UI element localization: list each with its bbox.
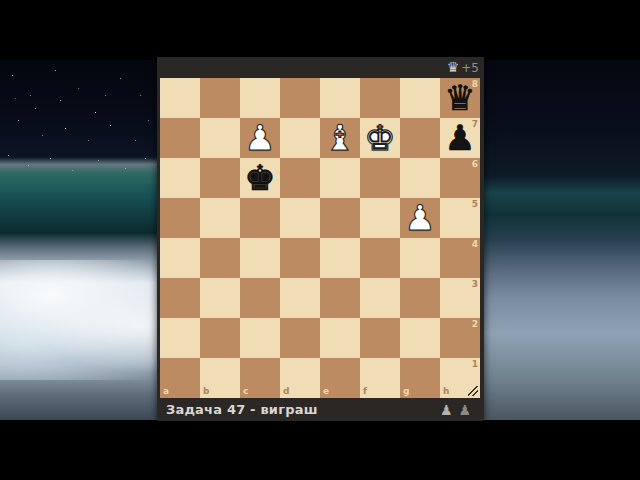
material-score: +5 bbox=[461, 61, 479, 75]
square-b2[interactable] bbox=[200, 318, 240, 358]
square-g8[interactable] bbox=[400, 78, 440, 118]
stage: ♛ +5 8♛♟♝♚7♟♚6♟5432abcdefg1h Задача 47 -… bbox=[0, 0, 640, 480]
starfield-left bbox=[0, 60, 1, 61]
rank-label-5: 5 bbox=[472, 200, 478, 209]
square-b8[interactable] bbox=[200, 78, 240, 118]
chess-board[interactable]: 8♛♟♝♚7♟♚6♟5432abcdefg1h bbox=[160, 78, 480, 398]
square-d3[interactable] bbox=[280, 278, 320, 318]
rank-label-4: 4 bbox=[472, 240, 478, 249]
rank-label-8: 8 bbox=[472, 80, 478, 89]
white-bishop[interactable]: ♝ bbox=[320, 118, 360, 158]
square-d8[interactable] bbox=[280, 78, 320, 118]
square-f5[interactable] bbox=[360, 198, 400, 238]
captured-queen-icon: ♛ bbox=[447, 57, 460, 78]
square-d4[interactable] bbox=[280, 238, 320, 278]
bottom-bar: Задача 47 - виграш ♟ ♟ bbox=[160, 398, 481, 421]
square-h6[interactable]: 6 bbox=[440, 158, 480, 198]
square-c7[interactable]: ♟ bbox=[240, 118, 280, 158]
square-g3[interactable] bbox=[400, 278, 440, 318]
square-c2[interactable] bbox=[240, 318, 280, 358]
square-a5[interactable] bbox=[160, 198, 200, 238]
square-e2[interactable] bbox=[320, 318, 360, 358]
square-e8[interactable] bbox=[320, 78, 360, 118]
square-a6[interactable] bbox=[160, 158, 200, 198]
square-a4[interactable] bbox=[160, 238, 200, 278]
square-c4[interactable] bbox=[240, 238, 280, 278]
file-label-f: f bbox=[363, 387, 367, 396]
square-h7[interactable]: 7♟ bbox=[440, 118, 480, 158]
square-e1[interactable]: e bbox=[320, 358, 360, 398]
square-h3[interactable]: 3 bbox=[440, 278, 480, 318]
square-b3[interactable] bbox=[200, 278, 240, 318]
white-king[interactable]: ♚ bbox=[360, 118, 400, 158]
captured-pawn-icon: ♟ bbox=[440, 402, 453, 418]
square-a3[interactable] bbox=[160, 278, 200, 318]
square-g2[interactable] bbox=[400, 318, 440, 358]
square-d6[interactable] bbox=[280, 158, 320, 198]
square-d5[interactable] bbox=[280, 198, 320, 238]
square-e3[interactable] bbox=[320, 278, 360, 318]
square-f3[interactable] bbox=[360, 278, 400, 318]
white-pawn[interactable]: ♟ bbox=[240, 118, 280, 158]
square-b6[interactable] bbox=[200, 158, 240, 198]
rank-label-7: 7 bbox=[472, 120, 478, 129]
file-label-c: c bbox=[243, 387, 248, 396]
square-d1[interactable]: d bbox=[280, 358, 320, 398]
square-g6[interactable] bbox=[400, 158, 440, 198]
square-c6[interactable]: ♚ bbox=[240, 158, 280, 198]
square-h8[interactable]: 8♛ bbox=[440, 78, 480, 118]
square-e7[interactable]: ♝ bbox=[320, 118, 360, 158]
rank-label-6: 6 bbox=[472, 160, 478, 169]
square-g5[interactable]: ♟ bbox=[400, 198, 440, 238]
square-c5[interactable] bbox=[240, 198, 280, 238]
square-b4[interactable] bbox=[200, 238, 240, 278]
square-h5[interactable]: 5 bbox=[440, 198, 480, 238]
chess-app-window: ♛ +5 8♛♟♝♚7♟♚6♟5432abcdefg1h Задача 47 -… bbox=[157, 57, 484, 421]
square-a1[interactable]: a bbox=[160, 358, 200, 398]
square-c3[interactable] bbox=[240, 278, 280, 318]
square-e5[interactable] bbox=[320, 198, 360, 238]
square-b7[interactable] bbox=[200, 118, 240, 158]
square-f8[interactable] bbox=[360, 78, 400, 118]
black-king[interactable]: ♚ bbox=[240, 158, 280, 198]
square-e6[interactable] bbox=[320, 158, 360, 198]
square-f1[interactable]: f bbox=[360, 358, 400, 398]
captured-pawn-icon: ♟ bbox=[458, 402, 471, 418]
square-g4[interactable] bbox=[400, 238, 440, 278]
puzzle-caption: Задача 47 - виграш bbox=[166, 402, 318, 417]
file-label-a: a bbox=[163, 387, 169, 396]
top-bar: ♛ +5 bbox=[160, 57, 481, 78]
resize-handle-icon[interactable] bbox=[468, 386, 478, 396]
square-g7[interactable] bbox=[400, 118, 440, 158]
square-b1[interactable]: b bbox=[200, 358, 240, 398]
square-f2[interactable] bbox=[360, 318, 400, 358]
square-a8[interactable] bbox=[160, 78, 200, 118]
file-label-g: g bbox=[403, 387, 409, 396]
file-label-d: d bbox=[283, 387, 289, 396]
square-b5[interactable] bbox=[200, 198, 240, 238]
square-f6[interactable] bbox=[360, 158, 400, 198]
file-label-b: b bbox=[203, 387, 209, 396]
square-h2[interactable]: 2 bbox=[440, 318, 480, 358]
square-c1[interactable]: c bbox=[240, 358, 280, 398]
square-a2[interactable] bbox=[160, 318, 200, 358]
square-d7[interactable] bbox=[280, 118, 320, 158]
rank-label-3: 3 bbox=[472, 280, 478, 289]
file-label-h: h bbox=[443, 387, 449, 396]
square-c8[interactable] bbox=[240, 78, 280, 118]
rank-label-2: 2 bbox=[472, 320, 478, 329]
white-pawn[interactable]: ♟ bbox=[400, 198, 440, 238]
square-e4[interactable] bbox=[320, 238, 360, 278]
file-label-e: e bbox=[323, 387, 329, 396]
rank-label-1: 1 bbox=[472, 360, 478, 369]
square-f7[interactable]: ♚ bbox=[360, 118, 400, 158]
square-g1[interactable]: g bbox=[400, 358, 440, 398]
square-h4[interactable]: 4 bbox=[440, 238, 480, 278]
square-f4[interactable] bbox=[360, 238, 400, 278]
square-d2[interactable] bbox=[280, 318, 320, 358]
square-a7[interactable] bbox=[160, 118, 200, 158]
